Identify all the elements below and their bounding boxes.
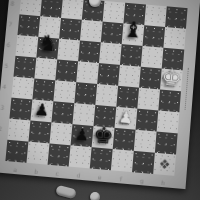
square-a4[interactable] [11,77,34,100]
square-g6[interactable] [141,46,164,69]
square-c1[interactable] [48,143,71,166]
square-h8[interactable] [165,6,187,28]
square-a1[interactable] [5,140,28,163]
square-c3[interactable] [51,101,74,124]
square-f5[interactable] [118,65,141,88]
square-a2[interactable] [7,119,30,142]
corner-ornament-icon: ❖ [158,157,171,171]
square-e5[interactable] [97,63,120,86]
file-label-g: g [131,176,153,185]
piece-black-bishop[interactable]: ♝ [123,18,144,41]
square-d7[interactable] [80,20,103,43]
square-e6[interactable] [99,42,122,65]
rank-label-4: 4 [1,76,7,97]
square-f4[interactable] [116,86,139,109]
square-h3[interactable] [157,110,180,133]
square-e4[interactable] [95,84,118,107]
square-e7[interactable] [101,22,124,45]
square-a3[interactable] [9,98,32,121]
file-label-c: c [47,169,69,178]
square-f1[interactable] [111,149,134,172]
square-d5[interactable] [76,61,99,84]
square-b1[interactable] [26,142,49,165]
square-f7[interactable]: ♝ [122,23,145,46]
square-g8[interactable] [144,5,167,27]
square-g4[interactable] [137,88,160,111]
square-h5[interactable]: ♚ [160,69,183,92]
square-c6[interactable] [57,39,80,62]
rank-label-3: 3 [0,97,5,118]
file-label-h: h [152,178,174,187]
square-a7[interactable] [17,14,40,36]
square-f2[interactable] [113,128,136,151]
square-d3[interactable] [72,103,95,126]
captured-white-piece-bottom-lying[interactable] [55,185,77,200]
square-f6[interactable] [120,44,143,67]
square-c4[interactable] [53,80,76,103]
square-d6[interactable] [78,40,101,63]
square-g2[interactable] [134,130,157,153]
square-b3[interactable]: ♟ [30,99,53,122]
square-b5[interactable] [34,58,57,81]
rank-label-8: 8 [10,0,16,14]
square-b8[interactable] [40,0,63,18]
square-g5[interactable] [139,67,162,90]
square-c5[interactable] [55,59,78,82]
piece-black-knight[interactable]: ♞ [37,32,59,55]
rank-label-7: 7 [8,13,14,34]
square-e2[interactable]: ♚ [92,126,115,149]
piece-black-pawn[interactable]: ♟ [74,126,90,143]
rank-label-1: 1 [0,139,1,161]
square-h7[interactable] [163,27,186,50]
captured-white-piece-bottom-ball[interactable] [90,192,100,200]
square-h2[interactable] [155,132,178,155]
square-h4[interactable] [158,89,181,112]
square-a5[interactable] [13,56,36,79]
file-label-f: f [110,174,132,183]
square-g3[interactable] [136,109,159,132]
file-label-d: d [68,171,90,180]
board-frame: ♝♞♚♟♟♟♚❖ abcdefgh 87654321 [0,0,200,189]
square-b2[interactable] [28,120,51,143]
rank-label-6: 6 [6,34,12,55]
square-b4[interactable] [32,78,55,101]
square-d1[interactable] [69,145,92,168]
piece-black-king[interactable]: ♚ [92,124,114,148]
square-f3[interactable]: ♟ [115,107,138,130]
square-g1[interactable] [132,151,155,174]
square-c7[interactable] [59,18,82,41]
square-e8[interactable] [103,1,126,23]
piece-white-pawn[interactable]: ♟ [118,108,134,125]
square-g7[interactable] [143,25,166,48]
square-h1[interactable]: ❖ [153,153,176,176]
square-a6[interactable] [15,35,38,58]
square-e1[interactable] [90,147,113,170]
square-d2[interactable]: ♟ [71,124,94,147]
rank-label-5: 5 [4,55,10,76]
file-label-e: e [89,172,111,181]
illegible-brand-marking [185,68,192,110]
chess-board-grid: ♝♞♚♟♟♟♚❖ [5,0,187,176]
square-c2[interactable] [49,122,72,145]
square-d4[interactable] [74,82,97,105]
rank-label-2: 2 [0,118,3,139]
piece-white-king[interactable]: ♚ [161,66,182,90]
square-c8[interactable] [61,0,84,20]
file-label-a: a [4,165,26,174]
piece-black-pawn[interactable]: ♟ [34,101,50,118]
square-b6[interactable]: ♞ [36,37,59,60]
chessboard-photo: ♝♞♚♟♟♟♚❖ abcdefgh 87654321 [0,0,200,200]
file-label-b: b [25,167,47,176]
